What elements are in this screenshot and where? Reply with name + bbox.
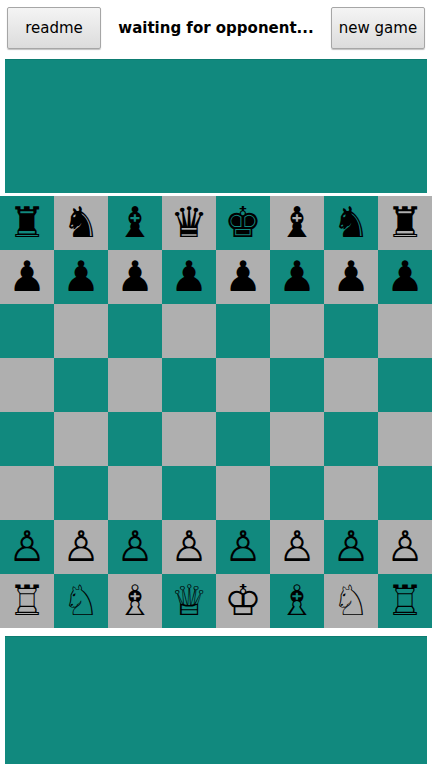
square-g8[interactable]: ♞ [324,196,378,250]
piece-white-pawn: ♙ [278,520,316,574]
piece-black-rook: ♜ [8,196,46,250]
square-h5[interactable] [378,358,432,412]
piece-black-bishop: ♝ [278,196,316,250]
piece-black-bishop: ♝ [116,196,154,250]
piece-black-knight: ♞ [62,196,100,250]
square-e3[interactable] [216,466,270,520]
square-c2[interactable]: ♙ [108,520,162,574]
square-d1[interactable]: ♕ [162,574,216,628]
piece-white-bishop: ♗ [278,574,316,628]
square-c4[interactable] [108,412,162,466]
square-a7[interactable]: ♟ [0,250,54,304]
square-a4[interactable] [0,412,54,466]
square-f2[interactable]: ♙ [270,520,324,574]
square-c3[interactable] [108,466,162,520]
square-e5[interactable] [216,358,270,412]
piece-black-rook: ♜ [386,196,424,250]
piece-white-rook: ♖ [386,574,424,628]
square-c6[interactable] [108,304,162,358]
square-c7[interactable]: ♟ [108,250,162,304]
piece-black-pawn: ♟ [170,250,208,304]
square-g4[interactable] [324,412,378,466]
piece-white-knight: ♘ [62,574,100,628]
square-b6[interactable] [54,304,108,358]
square-d6[interactable] [162,304,216,358]
piece-black-pawn: ♟ [62,250,100,304]
square-f5[interactable] [270,358,324,412]
status-text: waiting for opponent... [101,19,331,37]
square-c1[interactable]: ♗ [108,574,162,628]
square-f3[interactable] [270,466,324,520]
square-e8[interactable]: ♚ [216,196,270,250]
square-e7[interactable]: ♟ [216,250,270,304]
piece-white-rook: ♖ [8,574,46,628]
piece-white-pawn: ♙ [386,520,424,574]
square-a6[interactable] [0,304,54,358]
square-a3[interactable] [0,466,54,520]
square-f7[interactable]: ♟ [270,250,324,304]
square-e1[interactable]: ♔ [216,574,270,628]
square-g7[interactable]: ♟ [324,250,378,304]
square-d4[interactable] [162,412,216,466]
square-b8[interactable]: ♞ [54,196,108,250]
square-b7[interactable]: ♟ [54,250,108,304]
piece-white-knight: ♘ [332,574,370,628]
square-a8[interactable]: ♜ [0,196,54,250]
piece-black-queen: ♛ [170,196,208,250]
square-h2[interactable]: ♙ [378,520,432,574]
square-e6[interactable] [216,304,270,358]
piece-black-pawn: ♟ [8,250,46,304]
square-g5[interactable] [324,358,378,412]
square-b2[interactable]: ♙ [54,520,108,574]
piece-white-pawn: ♙ [224,520,262,574]
square-a1[interactable]: ♖ [0,574,54,628]
piece-black-pawn: ♟ [116,250,154,304]
piece-white-pawn: ♙ [332,520,370,574]
square-h3[interactable] [378,466,432,520]
square-d8[interactable]: ♛ [162,196,216,250]
square-b4[interactable] [54,412,108,466]
square-f6[interactable] [270,304,324,358]
readme-button[interactable]: readme [7,7,101,49]
square-a5[interactable] [0,358,54,412]
square-e4[interactable] [216,412,270,466]
bottom-panel [5,636,427,764]
square-h1[interactable]: ♖ [378,574,432,628]
piece-white-pawn: ♙ [116,520,154,574]
square-f4[interactable] [270,412,324,466]
piece-black-pawn: ♟ [332,250,370,304]
square-g3[interactable] [324,466,378,520]
piece-white-pawn: ♙ [8,520,46,574]
square-b5[interactable] [54,358,108,412]
chess-board: ♜♞♝♛♚♝♞♜♟♟♟♟♟♟♟♟♙♙♙♙♙♙♙♙♖♘♗♕♔♗♘♖ [0,196,432,628]
square-e2[interactable]: ♙ [216,520,270,574]
piece-white-queen: ♕ [170,574,208,628]
square-d7[interactable]: ♟ [162,250,216,304]
square-a2[interactable]: ♙ [0,520,54,574]
top-panel [5,59,427,193]
new-game-button[interactable]: new game [331,7,425,49]
square-d5[interactable] [162,358,216,412]
square-c5[interactable] [108,358,162,412]
top-bar: readme waiting for opponent... new game [0,0,432,50]
piece-white-pawn: ♙ [170,520,208,574]
piece-white-pawn: ♙ [62,520,100,574]
square-h7[interactable]: ♟ [378,250,432,304]
square-c8[interactable]: ♝ [108,196,162,250]
square-f1[interactable]: ♗ [270,574,324,628]
square-g1[interactable]: ♘ [324,574,378,628]
square-d3[interactable] [162,466,216,520]
piece-white-king: ♔ [224,574,262,628]
square-b3[interactable] [54,466,108,520]
square-f8[interactable]: ♝ [270,196,324,250]
square-h6[interactable] [378,304,432,358]
piece-white-bishop: ♗ [116,574,154,628]
square-h8[interactable]: ♜ [378,196,432,250]
square-g6[interactable] [324,304,378,358]
piece-black-knight: ♞ [332,196,370,250]
square-g2[interactable]: ♙ [324,520,378,574]
square-b1[interactable]: ♘ [54,574,108,628]
piece-black-pawn: ♟ [386,250,424,304]
piece-black-pawn: ♟ [224,250,262,304]
square-d2[interactable]: ♙ [162,520,216,574]
piece-black-pawn: ♟ [278,250,316,304]
piece-black-king: ♚ [224,196,262,250]
square-h4[interactable] [378,412,432,466]
